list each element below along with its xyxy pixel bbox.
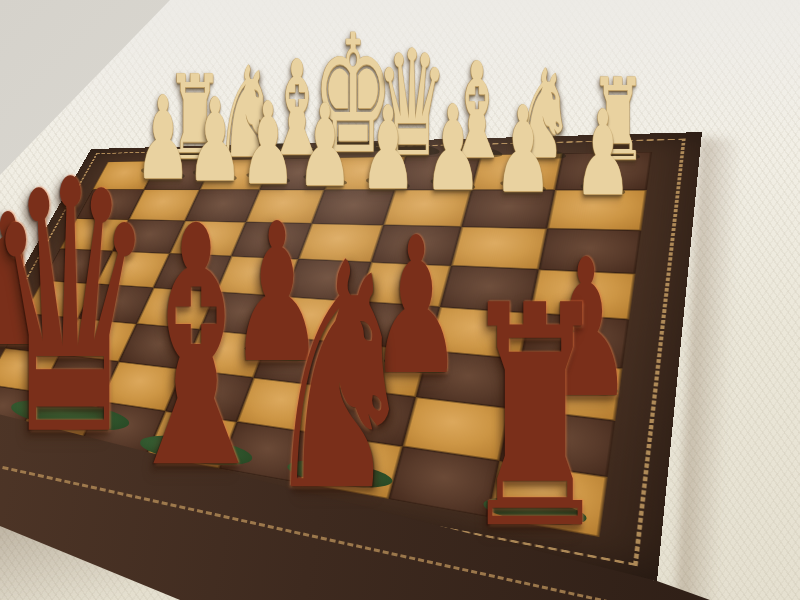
piece-black-knight-d8[interactable]: ♞ xyxy=(263,223,417,535)
piece-black-rook-b8[interactable]: ♜ xyxy=(460,266,610,571)
piece-white-pawn-c2[interactable]: ♟ xyxy=(424,90,482,207)
pieces-layer: ♜♞♝♚♛♝♞♜♟♟♟♟♟♟♟♟♟♟♟♟♝♞♜♛ xyxy=(0,0,800,600)
piece-white-pawn-d2[interactable]: ♟ xyxy=(360,91,417,206)
piece-white-pawn-a2[interactable]: ♟ xyxy=(574,95,632,212)
piece-black-queen-h8[interactable]: ♛ xyxy=(0,136,156,484)
chess-set-photo: ♜♞♝♚♛♝♞♜♟♟♟♟♟♟♟♟♟♟♟♟♝♞♜♛ xyxy=(0,0,800,600)
piece-white-pawn-b2[interactable]: ♟ xyxy=(494,91,553,210)
